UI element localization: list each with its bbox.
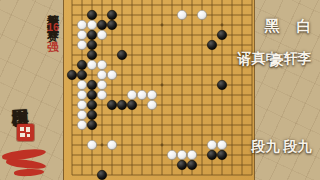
black-stone [87, 90, 96, 99]
star-point [161, 24, 164, 27]
black-stone [67, 70, 76, 79]
black-player-rank: 九段 [252, 128, 280, 130]
white-stone [187, 150, 196, 159]
event-title-text: 第五届梦百合世界公开赛 [46, 4, 60, 21]
white-stone [87, 60, 96, 69]
black-stone [87, 100, 96, 109]
star-point [161, 84, 164, 87]
black-stone [207, 40, 216, 49]
star-point [221, 24, 224, 27]
white-stone [77, 80, 86, 89]
black-stone [117, 100, 126, 109]
white-stone [127, 90, 136, 99]
star-point [101, 144, 104, 147]
white-stone [87, 140, 96, 149]
white-stone [177, 10, 186, 19]
event-panel: 第五届梦百合世界公开赛16强 围棋 [0, 0, 63, 180]
red-brush-stroke-icon [14, 168, 44, 177]
black-stone [87, 30, 96, 39]
black-stone [87, 120, 96, 129]
black-stone [107, 20, 116, 29]
go-board-grid [64, 0, 254, 180]
black-stone [87, 50, 96, 59]
white-stone [137, 90, 146, 99]
white-stone [107, 70, 116, 79]
black-stone [77, 60, 86, 69]
white-stone [147, 90, 156, 99]
white-stone [197, 10, 206, 19]
black-stone [187, 160, 196, 169]
black-stone [177, 160, 186, 169]
white-player-rank: 九段 [284, 128, 312, 130]
white-stone [207, 140, 216, 149]
white-stone [77, 40, 86, 49]
white-stone [147, 100, 156, 109]
event-stage: 16强 [46, 21, 60, 34]
white-stone [97, 90, 106, 99]
black-stone [97, 20, 106, 29]
star-point [161, 144, 164, 147]
black-stone [127, 100, 136, 109]
black-stone [87, 40, 96, 49]
white-stone [167, 150, 176, 159]
black-stone [107, 100, 116, 109]
white-stone [77, 90, 86, 99]
go-board [63, 0, 255, 180]
white-stone [77, 120, 86, 129]
white-stone [87, 20, 96, 29]
white-stone [77, 30, 86, 39]
black-stone [87, 80, 96, 89]
black-stone [107, 10, 116, 19]
white-stone [77, 100, 86, 109]
white-stone [77, 110, 86, 119]
black-stone [87, 110, 96, 119]
white-stone [177, 150, 186, 159]
broadcast-frame: 第五届梦百合世界公开赛16强 围棋 黑 申真谞 九段 白 李轩豪 九段 [0, 0, 320, 180]
white-stone [77, 20, 86, 29]
white-stone [97, 30, 106, 39]
event-title: 第五届梦百合世界公开赛16强 [47, 4, 59, 176]
white-stone [107, 140, 116, 149]
red-seal-stamp-icon [17, 124, 34, 141]
white-stone [97, 80, 106, 89]
white-stone [217, 140, 226, 149]
black-stone [217, 30, 226, 39]
black-stone [77, 70, 86, 79]
black-stone [87, 10, 96, 19]
black-stone [217, 80, 226, 89]
black-stone [97, 170, 106, 179]
white-stone [97, 60, 106, 69]
black-stone [217, 150, 226, 159]
black-stone [207, 150, 216, 159]
black-stone [117, 50, 126, 59]
white-stone [97, 70, 106, 79]
white-player-name: 李轩豪 [270, 40, 312, 42]
players-panel: 黑 申真谞 九段 白 李轩豪 九段 [255, 0, 320, 180]
